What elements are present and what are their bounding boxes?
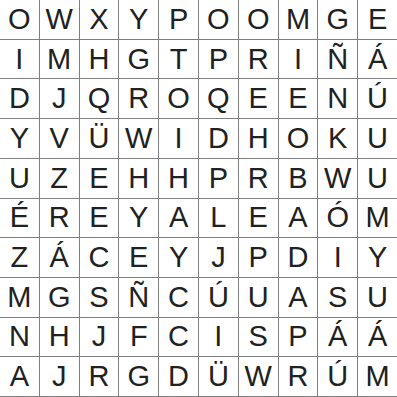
grid-cell-r2c10[interactable]: Á bbox=[358, 40, 397, 79]
grid-cell-r3c1[interactable]: D bbox=[0, 79, 39, 118]
grid-cell-r5c7[interactable]: R bbox=[239, 159, 278, 198]
grid-cell-r7c2[interactable]: Á bbox=[40, 238, 79, 277]
grid-cell-r10c5[interactable]: D bbox=[159, 357, 198, 396]
grid-cell-r4c7[interactable]: H bbox=[239, 119, 278, 158]
grid-cell-r6c4[interactable]: Y bbox=[119, 199, 158, 238]
grid-cell-r3c5[interactable]: O bbox=[159, 79, 198, 118]
grid-cell-r5c4[interactable]: H bbox=[119, 159, 158, 198]
grid-cell-r9c6[interactable]: I bbox=[199, 318, 238, 357]
grid-cell-r9c1[interactable]: N bbox=[0, 318, 39, 357]
grid-cell-r1c6[interactable]: O bbox=[199, 0, 238, 39]
grid-cell-r5c5[interactable]: H bbox=[159, 159, 198, 198]
grid-cell-r5c6[interactable]: P bbox=[199, 159, 238, 198]
grid-cell-r3c6[interactable]: Q bbox=[199, 79, 238, 118]
grid-cell-r4c2[interactable]: V bbox=[40, 119, 79, 158]
grid-cell-r4c10[interactable]: U bbox=[358, 119, 397, 158]
grid-cell-r6c2[interactable]: R bbox=[40, 199, 79, 238]
grid-cell-r6c6[interactable]: L bbox=[199, 199, 238, 238]
grid-cell-r7c8[interactable]: D bbox=[279, 238, 318, 277]
grid-cell-r8c4[interactable]: Ñ bbox=[119, 278, 158, 317]
grid-cell-r3c8[interactable]: E bbox=[279, 79, 318, 118]
grid-cell-r4c6[interactable]: D bbox=[199, 119, 238, 158]
grid-cell-r8c3[interactable]: S bbox=[80, 278, 119, 317]
grid-cell-r10c1[interactable]: A bbox=[0, 357, 39, 396]
grid-cell-r8c1[interactable]: M bbox=[0, 278, 39, 317]
grid-cell-r3c4[interactable]: R bbox=[119, 79, 158, 118]
grid-cell-r7c5[interactable]: Y bbox=[159, 238, 198, 277]
grid-cell-r1c5[interactable]: P bbox=[159, 0, 198, 39]
grid-cell-r7c4[interactable]: E bbox=[119, 238, 158, 277]
grid-cell-r9c3[interactable]: J bbox=[80, 318, 119, 357]
grid-cell-r1c1[interactable]: O bbox=[0, 0, 39, 39]
grid-cell-r8c8[interactable]: A bbox=[279, 278, 318, 317]
grid-cell-r7c3[interactable]: C bbox=[80, 238, 119, 277]
grid-cell-r7c7[interactable]: P bbox=[239, 238, 278, 277]
grid-cell-r1c2[interactable]: W bbox=[40, 0, 79, 39]
grid-cell-r7c6[interactable]: J bbox=[199, 238, 238, 277]
grid-cell-r5c8[interactable]: B bbox=[279, 159, 318, 198]
grid-cell-r2c7[interactable]: R bbox=[239, 40, 278, 79]
grid-cell-r10c10[interactable]: M bbox=[358, 357, 397, 396]
grid-cell-r8c7[interactable]: U bbox=[239, 278, 278, 317]
grid-cell-r6c8[interactable]: A bbox=[279, 199, 318, 238]
grid-cell-r4c4[interactable]: W bbox=[119, 119, 158, 158]
grid-cell-r8c9[interactable]: S bbox=[318, 278, 357, 317]
grid-cell-r3c9[interactable]: N bbox=[318, 79, 357, 118]
grid-cell-r2c5[interactable]: T bbox=[159, 40, 198, 79]
grid-cell-r8c2[interactable]: G bbox=[40, 278, 79, 317]
grid-cell-r10c6[interactable]: Ü bbox=[199, 357, 238, 396]
grid-cell-r6c10[interactable]: M bbox=[358, 199, 397, 238]
word-search-grid: OWXYPOOMGEIMHGTPRIÑÁDJQROQEENÚYVÜWIDHOKU… bbox=[0, 0, 397, 397]
grid-cell-r8c5[interactable]: C bbox=[159, 278, 198, 317]
grid-cell-r2c4[interactable]: G bbox=[119, 40, 158, 79]
grid-cell-r6c1[interactable]: É bbox=[0, 199, 39, 238]
grid-cell-r1c4[interactable]: Y bbox=[119, 0, 158, 39]
grid-cell-r8c10[interactable]: U bbox=[358, 278, 397, 317]
grid-cell-r8c6[interactable]: Ú bbox=[199, 278, 238, 317]
grid-cell-r3c10[interactable]: Ú bbox=[358, 79, 397, 118]
grid-cell-r4c9[interactable]: K bbox=[318, 119, 357, 158]
grid-cell-r4c3[interactable]: Ü bbox=[80, 119, 119, 158]
grid-cell-r1c7[interactable]: O bbox=[239, 0, 278, 39]
grid-cell-r5c9[interactable]: W bbox=[318, 159, 357, 198]
grid-cell-r9c9[interactable]: Á bbox=[318, 318, 357, 357]
grid-cell-r2c1[interactable]: I bbox=[0, 40, 39, 79]
grid-cell-r2c9[interactable]: Ñ bbox=[318, 40, 357, 79]
grid-cell-r7c10[interactable]: Y bbox=[358, 238, 397, 277]
grid-cell-r6c7[interactable]: E bbox=[239, 199, 278, 238]
grid-cell-r6c9[interactable]: Ó bbox=[318, 199, 357, 238]
grid-cell-r6c3[interactable]: E bbox=[80, 199, 119, 238]
grid-cell-r2c3[interactable]: H bbox=[80, 40, 119, 79]
grid-cell-r10c9[interactable]: Ú bbox=[318, 357, 357, 396]
grid-cell-r4c8[interactable]: O bbox=[279, 119, 318, 158]
grid-cell-r2c2[interactable]: M bbox=[40, 40, 79, 79]
grid-cell-r1c9[interactable]: G bbox=[318, 0, 357, 39]
grid-cell-r2c8[interactable]: I bbox=[279, 40, 318, 79]
grid-cell-r5c1[interactable]: U bbox=[0, 159, 39, 198]
grid-cell-r3c7[interactable]: E bbox=[239, 79, 278, 118]
grid-cell-r7c1[interactable]: Z bbox=[0, 238, 39, 277]
grid-cell-r1c10[interactable]: E bbox=[358, 0, 397, 39]
grid-cell-r9c8[interactable]: P bbox=[279, 318, 318, 357]
grid-cell-r2c6[interactable]: P bbox=[199, 40, 238, 79]
grid-cell-r3c2[interactable]: J bbox=[40, 79, 79, 118]
grid-cell-r10c3[interactable]: R bbox=[80, 357, 119, 396]
grid-cell-r9c2[interactable]: H bbox=[40, 318, 79, 357]
grid-cell-r9c5[interactable]: C bbox=[159, 318, 198, 357]
grid-cell-r4c1[interactable]: Y bbox=[0, 119, 39, 158]
grid-cell-r3c3[interactable]: Q bbox=[80, 79, 119, 118]
grid-cell-r5c3[interactable]: E bbox=[80, 159, 119, 198]
grid-cell-r1c3[interactable]: X bbox=[80, 0, 119, 39]
grid-cell-r10c2[interactable]: J bbox=[40, 357, 79, 396]
grid-cell-r7c9[interactable]: I bbox=[318, 238, 357, 277]
grid-cell-r10c7[interactable]: W bbox=[239, 357, 278, 396]
grid-cell-r10c4[interactable]: G bbox=[119, 357, 158, 396]
grid-cell-r9c10[interactable]: Á bbox=[358, 318, 397, 357]
grid-cell-r6c5[interactable]: A bbox=[159, 199, 198, 238]
grid-cell-r9c4[interactable]: F bbox=[119, 318, 158, 357]
grid-cell-r5c2[interactable]: Z bbox=[40, 159, 79, 198]
grid-cell-r1c8[interactable]: M bbox=[279, 0, 318, 39]
grid-cell-r5c10[interactable]: U bbox=[358, 159, 397, 198]
grid-cell-r9c7[interactable]: S bbox=[239, 318, 278, 357]
grid-cell-r4c5[interactable]: I bbox=[159, 119, 198, 158]
grid-cell-r10c8[interactable]: R bbox=[279, 357, 318, 396]
